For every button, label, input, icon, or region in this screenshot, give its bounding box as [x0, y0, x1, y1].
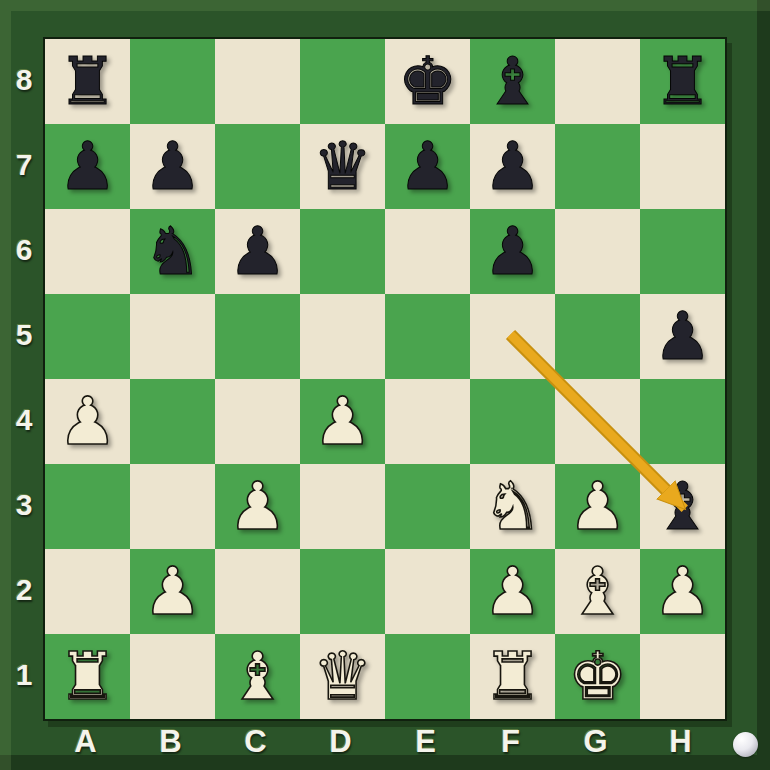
piece-black-pawn[interactable]: ♟ [385, 124, 470, 209]
square-a8[interactable]: ♜ [45, 39, 130, 124]
square-b8[interactable] [130, 39, 215, 124]
square-e2[interactable] [385, 549, 470, 634]
square-f6[interactable]: ♟ [470, 209, 555, 294]
piece-black-knight[interactable]: ♞ [130, 209, 215, 294]
rank-label-1: 1 [8, 632, 40, 717]
square-f3[interactable]: ♞ [470, 464, 555, 549]
white-to-move-indicator-icon [733, 732, 758, 757]
square-d4[interactable]: ♟ [300, 379, 385, 464]
square-h7[interactable] [640, 124, 725, 209]
square-e3[interactable] [385, 464, 470, 549]
square-b7[interactable]: ♟ [130, 124, 215, 209]
square-f7[interactable]: ♟ [470, 124, 555, 209]
square-a2[interactable] [45, 549, 130, 634]
square-d8[interactable] [300, 39, 385, 124]
square-f4[interactable] [470, 379, 555, 464]
square-a4[interactable]: ♟ [45, 379, 130, 464]
piece-black-bishop[interactable]: ♝ [640, 464, 725, 549]
square-d6[interactable] [300, 209, 385, 294]
file-label-D: D [298, 721, 383, 763]
square-c8[interactable] [215, 39, 300, 124]
piece-white-knight[interactable]: ♞ [470, 464, 555, 549]
rank-label-4: 4 [8, 377, 40, 462]
file-label-E: E [383, 721, 468, 763]
square-c2[interactable] [215, 549, 300, 634]
square-b6[interactable]: ♞ [130, 209, 215, 294]
rank-label-7: 7 [8, 122, 40, 207]
piece-black-pawn[interactable]: ♟ [215, 209, 300, 294]
square-e4[interactable] [385, 379, 470, 464]
file-label-A: A [43, 721, 128, 763]
rank-label-5: 5 [8, 292, 40, 377]
square-e1[interactable] [385, 634, 470, 719]
square-a3[interactable] [45, 464, 130, 549]
piece-white-queen[interactable]: ♛ [300, 634, 385, 719]
piece-black-rook[interactable]: ♜ [640, 39, 725, 124]
square-a1[interactable]: ♜ [45, 634, 130, 719]
square-c1[interactable]: ♝ [215, 634, 300, 719]
square-g1[interactable]: ♚ [555, 634, 640, 719]
square-d3[interactable] [300, 464, 385, 549]
piece-black-pawn[interactable]: ♟ [470, 209, 555, 294]
piece-black-bishop[interactable]: ♝ [470, 39, 555, 124]
piece-black-pawn[interactable]: ♟ [470, 124, 555, 209]
square-d7[interactable]: ♛ [300, 124, 385, 209]
square-h4[interactable] [640, 379, 725, 464]
square-a7[interactable]: ♟ [45, 124, 130, 209]
square-f1[interactable]: ♜ [470, 634, 555, 719]
piece-white-rook[interactable]: ♜ [470, 634, 555, 719]
square-a5[interactable] [45, 294, 130, 379]
square-c5[interactable] [215, 294, 300, 379]
square-h8[interactable]: ♜ [640, 39, 725, 124]
square-e5[interactable] [385, 294, 470, 379]
square-e7[interactable]: ♟ [385, 124, 470, 209]
square-g4[interactable] [555, 379, 640, 464]
file-label-G: G [553, 721, 638, 763]
square-h6[interactable] [640, 209, 725, 294]
file-label-H: H [638, 721, 723, 763]
piece-white-king[interactable]: ♚ [555, 634, 640, 719]
piece-white-pawn[interactable]: ♟ [470, 549, 555, 634]
piece-white-pawn[interactable]: ♟ [555, 464, 640, 549]
square-g5[interactable] [555, 294, 640, 379]
piece-white-pawn[interactable]: ♟ [300, 379, 385, 464]
square-f5[interactable] [470, 294, 555, 379]
board-frame: 87654321 ABCDEFGH ♜♚♝♜♟♟♛♟♟♞♟♟♟♟♟♟♞♟♝♟♟♝… [0, 0, 770, 770]
piece-black-rook[interactable]: ♜ [45, 39, 130, 124]
piece-white-bishop[interactable]: ♝ [215, 634, 300, 719]
square-b2[interactable]: ♟ [130, 549, 215, 634]
square-c4[interactable] [215, 379, 300, 464]
square-b3[interactable] [130, 464, 215, 549]
piece-black-king[interactable]: ♚ [385, 39, 470, 124]
piece-white-bishop[interactable]: ♝ [555, 549, 640, 634]
square-d1[interactable]: ♛ [300, 634, 385, 719]
square-g3[interactable]: ♟ [555, 464, 640, 549]
square-a6[interactable] [45, 209, 130, 294]
square-h3[interactable]: ♝ [640, 464, 725, 549]
file-label-B: B [128, 721, 213, 763]
rank-label-3: 3 [8, 462, 40, 547]
square-e8[interactable]: ♚ [385, 39, 470, 124]
rank-label-8: 8 [8, 37, 40, 122]
square-h2[interactable]: ♟ [640, 549, 725, 634]
square-c7[interactable] [215, 124, 300, 209]
square-g8[interactable] [555, 39, 640, 124]
square-d5[interactable] [300, 294, 385, 379]
square-h1[interactable] [640, 634, 725, 719]
square-f2[interactable]: ♟ [470, 549, 555, 634]
piece-black-pawn[interactable]: ♟ [130, 124, 215, 209]
rank-label-2: 2 [8, 547, 40, 632]
chess-board[interactable]: ♜♚♝♜♟♟♛♟♟♞♟♟♟♟♟♟♞♟♝♟♟♝♟♜♝♛♜♚ [43, 37, 727, 721]
square-b1[interactable] [130, 634, 215, 719]
piece-black-queen[interactable]: ♛ [300, 124, 385, 209]
square-g7[interactable] [555, 124, 640, 209]
piece-black-pawn[interactable]: ♟ [45, 124, 130, 209]
piece-white-pawn[interactable]: ♟ [215, 464, 300, 549]
square-c6[interactable]: ♟ [215, 209, 300, 294]
square-g2[interactable]: ♝ [555, 549, 640, 634]
square-c3[interactable]: ♟ [215, 464, 300, 549]
file-label-C: C [213, 721, 298, 763]
piece-white-pawn[interactable]: ♟ [45, 379, 130, 464]
rank-label-6: 6 [8, 207, 40, 292]
square-b4[interactable] [130, 379, 215, 464]
piece-white-pawn[interactable]: ♟ [640, 549, 725, 634]
square-d2[interactable] [300, 549, 385, 634]
piece-white-pawn[interactable]: ♟ [130, 549, 215, 634]
square-h5[interactable]: ♟ [640, 294, 725, 379]
square-f8[interactable]: ♝ [470, 39, 555, 124]
file-label-F: F [468, 721, 553, 763]
piece-black-pawn[interactable]: ♟ [640, 294, 725, 379]
square-b5[interactable] [130, 294, 215, 379]
square-e6[interactable] [385, 209, 470, 294]
piece-white-rook[interactable]: ♜ [45, 634, 130, 719]
square-g6[interactable] [555, 209, 640, 294]
